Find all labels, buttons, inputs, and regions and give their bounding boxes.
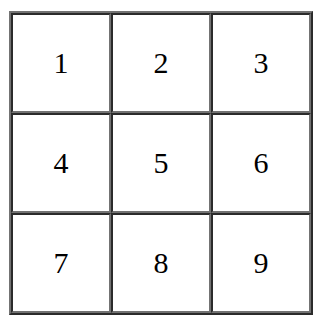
grid-cell-r1c1[interactable]: 1 — [11, 13, 111, 113]
grid-cell-r1c3[interactable]: 3 — [211, 13, 311, 113]
grid-cell-r1c2[interactable]: 2 — [111, 13, 211, 113]
grid-cell-r3c3[interactable]: 9 — [211, 213, 311, 313]
grid-cell-r3c1[interactable]: 7 — [11, 213, 111, 313]
grid-cell-r2c2[interactable]: 5 — [111, 113, 211, 213]
number-grid: 1 2 3 4 5 6 7 8 9 — [9, 11, 313, 315]
grid-cell-r3c2[interactable]: 8 — [111, 213, 211, 313]
grid-cell-r2c3[interactable]: 6 — [211, 113, 311, 213]
grid-cell-r2c1[interactable]: 4 — [11, 113, 111, 213]
